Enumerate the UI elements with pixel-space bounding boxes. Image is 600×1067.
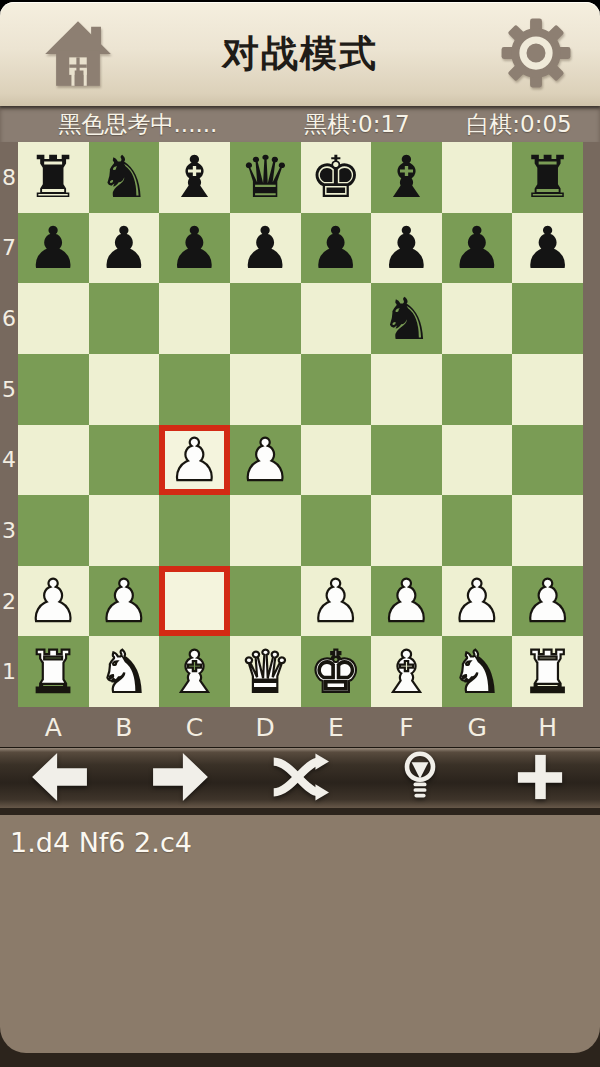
square-a8[interactable]: ♜ (18, 142, 89, 213)
square-d2[interactable] (230, 566, 301, 637)
black-pawn-b7: ♟ (98, 219, 150, 277)
square-a7[interactable]: ♟ (18, 213, 89, 284)
square-h7[interactable]: ♟ (512, 213, 583, 284)
square-g8[interactable] (442, 142, 513, 213)
app-screen: 对战模式 (0, 0, 600, 1067)
square-a6[interactable] (18, 283, 89, 354)
square-d3[interactable] (230, 495, 301, 566)
bottom-toolbar (0, 747, 600, 808)
turn-status: 黑色思考中...... (0, 109, 276, 140)
rank-labels: 87654321 (0, 142, 18, 707)
shuffle-button[interactable] (240, 748, 360, 808)
plus-icon (515, 752, 565, 805)
file-label-e: E (301, 707, 372, 747)
square-h4[interactable] (512, 425, 583, 496)
black-rook-h8: ♜ (522, 148, 574, 206)
square-g1[interactable]: ♞ (442, 636, 513, 707)
square-h2[interactable]: ♟ (512, 566, 583, 637)
white-rook-h1: ♜ (522, 643, 574, 701)
file-label-f: F (371, 707, 442, 747)
black-knight-f6: ♞ (380, 290, 432, 348)
square-d8[interactable]: ♛ (230, 142, 301, 213)
file-label-a: A (18, 707, 89, 747)
square-d5[interactable] (230, 354, 301, 425)
rank-label-3: 3 (0, 495, 18, 566)
square-b2[interactable]: ♟ (89, 566, 160, 637)
forward-button[interactable] (120, 748, 240, 808)
square-e3[interactable] (301, 495, 372, 566)
square-c1[interactable]: ♝ (159, 636, 230, 707)
white-king-e1: ♚ (310, 643, 362, 701)
square-g4[interactable] (442, 425, 513, 496)
square-a3[interactable] (18, 495, 89, 566)
square-h1[interactable]: ♜ (512, 636, 583, 707)
black-pawn-g7: ♟ (451, 219, 503, 277)
arrow-left-icon (31, 752, 89, 805)
black-pawn-c7: ♟ (169, 219, 221, 277)
file-labels: ABCDEFGH (0, 707, 600, 747)
square-c8[interactable]: ♝ (159, 142, 230, 213)
square-d4[interactable]: ♟ (230, 425, 301, 496)
black-pawn-h7: ♟ (522, 219, 574, 277)
square-f6[interactable]: ♞ (371, 283, 442, 354)
chess-board: ♜♞♝♛♚♝♜♟♟♟♟♟♟♟♟♞♟♟♟♟♟♟♟♟♜♞♝♛♚♝♞♜ (18, 142, 583, 707)
settings-button[interactable] (494, 12, 578, 96)
rank-label-8: 8 (0, 142, 18, 213)
square-g7[interactable]: ♟ (442, 213, 513, 284)
shuffle-icon (271, 752, 329, 805)
square-e6[interactable] (301, 283, 372, 354)
square-a2[interactable]: ♟ (18, 566, 89, 637)
square-c5[interactable] (159, 354, 230, 425)
file-label-d: D (230, 707, 301, 747)
board-zone: 87654321 ♜♞♝♛♚♝♜♟♟♟♟♟♟♟♟♞♟♟♟♟♟♟♟♟♜♞♝♛♚♝♞… (0, 142, 600, 707)
black-queen-d8: ♛ (239, 148, 291, 206)
square-b3[interactable] (89, 495, 160, 566)
square-d7[interactable]: ♟ (230, 213, 301, 284)
square-g2[interactable]: ♟ (442, 566, 513, 637)
file-label-h: H (512, 707, 583, 747)
white-pawn-f2: ♟ (380, 572, 432, 630)
square-c3[interactable] (159, 495, 230, 566)
page-title: 对战模式 (222, 29, 378, 79)
square-a5[interactable] (18, 354, 89, 425)
white-rook-a1: ♜ (27, 643, 79, 701)
black-clock: 黑棋:0:17 (276, 109, 438, 140)
square-b5[interactable] (89, 354, 160, 425)
square-f5[interactable] (371, 354, 442, 425)
square-e1[interactable]: ♚ (301, 636, 372, 707)
square-f8[interactable]: ♝ (371, 142, 442, 213)
new-game-button[interactable] (480, 748, 600, 808)
square-e7[interactable]: ♟ (301, 213, 372, 284)
hint-button[interactable] (360, 748, 480, 808)
lower-panel: 1.d4 Nf6 2.c4 (0, 808, 600, 1067)
white-knight-g1: ♞ (451, 643, 503, 701)
file-label-g: G (442, 707, 513, 747)
back-button[interactable] (0, 748, 120, 808)
square-h5[interactable] (512, 354, 583, 425)
square-h3[interactable] (512, 495, 583, 566)
square-c2[interactable] (159, 566, 230, 637)
square-f3[interactable] (371, 495, 442, 566)
white-clock: 白棋:0:05 (438, 109, 600, 140)
black-rook-a8: ♜ (27, 148, 79, 206)
black-pawn-f7: ♟ (380, 219, 432, 277)
white-pawn-c4: ♟ (169, 431, 221, 489)
square-c4[interactable]: ♟ (159, 425, 230, 496)
black-pawn-e7: ♟ (310, 219, 362, 277)
black-king-e8: ♚ (310, 148, 362, 206)
gear-icon (498, 15, 574, 94)
rank-label-4: 4 (0, 425, 18, 496)
square-b8[interactable]: ♞ (89, 142, 160, 213)
black-bishop-c8: ♝ (169, 148, 221, 206)
square-e2[interactable]: ♟ (301, 566, 372, 637)
white-pawn-d4: ♟ (239, 431, 291, 489)
white-pawn-g2: ♟ (451, 572, 503, 630)
home-icon (43, 15, 113, 94)
square-g5[interactable] (442, 354, 513, 425)
square-b1[interactable]: ♞ (89, 636, 160, 707)
square-d1[interactable]: ♛ (230, 636, 301, 707)
square-g3[interactable] (442, 495, 513, 566)
white-pawn-h2: ♟ (522, 572, 574, 630)
square-f4[interactable] (371, 425, 442, 496)
file-label-b: B (89, 707, 160, 747)
status-bar: 黑色思考中...... 黑棋:0:17 白棋:0:05 (0, 106, 600, 142)
square-f2[interactable]: ♟ (371, 566, 442, 637)
white-pawn-e2: ♟ (310, 572, 362, 630)
square-b7[interactable]: ♟ (89, 213, 160, 284)
title-bar: 对战模式 (0, 2, 600, 106)
square-a1[interactable]: ♜ (18, 636, 89, 707)
square-e4[interactable] (301, 425, 372, 496)
square-h6[interactable] (512, 283, 583, 354)
square-c7[interactable]: ♟ (159, 213, 230, 284)
white-bishop-f1: ♝ (380, 643, 432, 701)
white-knight-b1: ♞ (98, 643, 150, 701)
black-pawn-a7: ♟ (27, 219, 79, 277)
black-knight-b8: ♞ (98, 148, 150, 206)
rank-label-5: 5 (0, 354, 18, 425)
lightbulb-icon (401, 751, 439, 806)
file-label-c: C (159, 707, 230, 747)
square-b6[interactable] (89, 283, 160, 354)
white-queen-d1: ♛ (239, 643, 291, 701)
home-button[interactable] (36, 12, 120, 96)
move-list-panel: 1.d4 Nf6 2.c4 (0, 815, 600, 1053)
black-bishop-f8: ♝ (380, 148, 432, 206)
square-h8[interactable]: ♜ (512, 142, 583, 213)
square-e8[interactable]: ♚ (301, 142, 372, 213)
square-c6[interactable] (159, 283, 230, 354)
rank-label-1: 1 (0, 636, 18, 707)
black-pawn-d7: ♟ (239, 219, 291, 277)
white-bishop-c1: ♝ (169, 643, 221, 701)
rank-label-7: 7 (0, 213, 18, 284)
rank-label-2: 2 (0, 566, 18, 637)
arrow-right-icon (151, 752, 209, 805)
square-g6[interactable] (442, 283, 513, 354)
move-list: 1.d4 Nf6 2.c4 (10, 827, 590, 858)
square-e5[interactable] (301, 354, 372, 425)
square-f1[interactable]: ♝ (371, 636, 442, 707)
square-f7[interactable]: ♟ (371, 213, 442, 284)
square-a4[interactable] (18, 425, 89, 496)
square-b4[interactable] (89, 425, 160, 496)
white-pawn-b2: ♟ (98, 572, 150, 630)
white-pawn-a2: ♟ (27, 572, 79, 630)
rank-label-6: 6 (0, 283, 18, 354)
square-d6[interactable] (230, 283, 301, 354)
